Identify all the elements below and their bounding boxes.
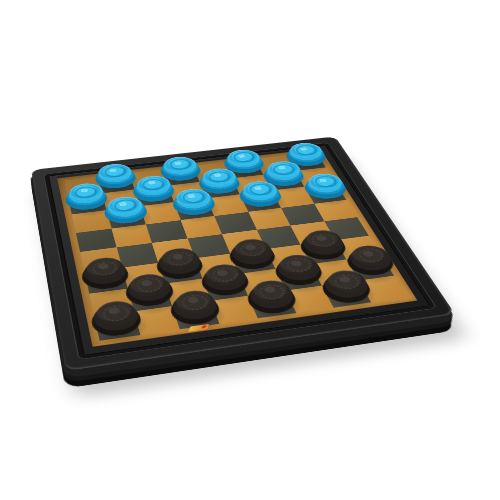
board-square[interactable] [322,280,371,307]
blue-checker-piece[interactable] [102,204,150,231]
blue-checker-piece[interactable] [64,191,110,216]
board-square[interactable] [146,220,187,243]
board-square[interactable] [174,198,215,220]
blue-checker-piece[interactable] [236,189,286,214]
board-square[interactable] [94,311,140,341]
checkers-board [31,136,455,371]
black-checker-piece[interactable] [80,265,131,297]
board-square[interactable] [85,268,128,294]
product-photo [0,0,500,500]
board-square[interactable] [68,193,106,214]
brand-dot-icon [202,325,207,329]
scene [0,0,500,500]
black-checker-piece[interactable] [90,308,145,343]
board-square[interactable] [248,290,296,318]
board-square[interactable] [106,206,146,228]
board-square[interactable] [240,191,281,212]
blue-checker-piece[interactable] [170,196,219,222]
board-square[interactable] [304,183,346,204]
black-checker-piece[interactable] [243,288,300,322]
